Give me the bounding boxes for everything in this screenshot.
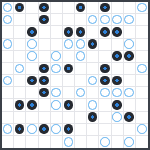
- white-circle-icon: [3, 76, 13, 86]
- board-cell[interactable]: [87, 124, 99, 136]
- board-cell[interactable]: [124, 87, 136, 99]
- board-cell[interactable]: [2, 51, 14, 63]
- board-cell[interactable]: [87, 39, 99, 51]
- white-circle-icon: [76, 51, 86, 61]
- white-circle-icon: [137, 3, 147, 13]
- board-cell[interactable]: [14, 39, 26, 51]
- board-cell[interactable]: [51, 51, 63, 63]
- board-cell[interactable]: [99, 75, 111, 87]
- white-circle-icon: [76, 88, 86, 98]
- board-cell[interactable]: [26, 87, 38, 99]
- board-cell[interactable]: [26, 51, 38, 63]
- black-circle-icon: [27, 76, 37, 86]
- board-cell[interactable]: [99, 63, 111, 75]
- board-cell[interactable]: [39, 99, 51, 111]
- board-cell[interactable]: [14, 75, 26, 87]
- board-cell[interactable]: [87, 112, 99, 124]
- black-circle-icon: [88, 112, 98, 122]
- board-cell[interactable]: [51, 112, 63, 124]
- white-circle-icon: [124, 88, 134, 98]
- board-cell[interactable]: [2, 87, 14, 99]
- board-cell[interactable]: [63, 99, 75, 111]
- board-cell[interactable]: [26, 63, 38, 75]
- black-circle-icon: [64, 124, 74, 134]
- board-cell[interactable]: [63, 39, 75, 51]
- board-cell[interactable]: [87, 26, 99, 38]
- board-cell[interactable]: [136, 51, 148, 63]
- masyu-board: [0, 0, 150, 150]
- board-cell[interactable]: [99, 99, 111, 111]
- board-cell[interactable]: [112, 75, 124, 87]
- board-cell[interactable]: [14, 136, 26, 148]
- board-cell[interactable]: [87, 75, 99, 87]
- white-circle-icon: [88, 76, 98, 86]
- black-circle-icon: [88, 39, 98, 49]
- board-cell[interactable]: [75, 2, 87, 14]
- board-cell[interactable]: [2, 2, 14, 14]
- white-circle-icon: [51, 124, 61, 134]
- board-cell[interactable]: [14, 26, 26, 38]
- board-cell[interactable]: [39, 124, 51, 136]
- board-cell[interactable]: [136, 2, 148, 14]
- board-cell[interactable]: [39, 26, 51, 38]
- white-circle-icon: [88, 100, 98, 110]
- board-cell[interactable]: [112, 136, 124, 148]
- board-cell[interactable]: [63, 51, 75, 63]
- board-cell[interactable]: [26, 124, 38, 136]
- board-cell[interactable]: [112, 87, 124, 99]
- board-cell[interactable]: [39, 136, 51, 148]
- board-cell[interactable]: [26, 112, 38, 124]
- black-circle-icon: [76, 3, 86, 13]
- board-cell[interactable]: [39, 2, 51, 14]
- board-cell[interactable]: [124, 63, 136, 75]
- board-cell[interactable]: [63, 124, 75, 136]
- board-cell[interactable]: [63, 26, 75, 38]
- black-circle-icon: [39, 64, 49, 74]
- white-circle-icon: [137, 124, 147, 134]
- board-cell[interactable]: [112, 39, 124, 51]
- board-cell[interactable]: [124, 39, 136, 51]
- board-cell[interactable]: [124, 136, 136, 148]
- board-cell[interactable]: [112, 51, 124, 63]
- black-circle-icon: [76, 27, 86, 37]
- board-cell[interactable]: [99, 124, 111, 136]
- board-cell[interactable]: [14, 87, 26, 99]
- board-cell[interactable]: [136, 75, 148, 87]
- board-cell[interactable]: [136, 39, 148, 51]
- board-cell[interactable]: [136, 14, 148, 26]
- white-circle-icon: [51, 64, 61, 74]
- board-cell[interactable]: [51, 63, 63, 75]
- board-cell[interactable]: [99, 2, 111, 14]
- board-cell[interactable]: [63, 75, 75, 87]
- board-cell[interactable]: [99, 136, 111, 148]
- black-circle-icon: [112, 100, 122, 110]
- white-circle-icon: [3, 15, 13, 25]
- board-cell[interactable]: [63, 2, 75, 14]
- board-cell[interactable]: [51, 136, 63, 148]
- board-cell[interactable]: [99, 112, 111, 124]
- board-cell[interactable]: [99, 26, 111, 38]
- board-cell[interactable]: [124, 26, 136, 38]
- white-circle-icon: [100, 15, 110, 25]
- white-circle-icon: [88, 15, 98, 25]
- board-cell[interactable]: [136, 124, 148, 136]
- white-circle-icon: [124, 137, 134, 147]
- black-circle-icon: [39, 88, 49, 98]
- board-cell[interactable]: [75, 51, 87, 63]
- white-circle-icon: [3, 124, 13, 134]
- white-circle-icon: [112, 112, 122, 122]
- board-cell[interactable]: [136, 136, 148, 148]
- board-cell[interactable]: [14, 51, 26, 63]
- board-cell[interactable]: [63, 63, 75, 75]
- black-circle-icon: [39, 124, 49, 134]
- board-cell[interactable]: [87, 136, 99, 148]
- board-cell[interactable]: [112, 112, 124, 124]
- black-circle-icon: [39, 3, 49, 13]
- black-circle-icon: [15, 124, 25, 134]
- black-circle-icon: [100, 76, 110, 86]
- board-cell[interactable]: [2, 63, 14, 75]
- white-circle-icon: [112, 15, 122, 25]
- black-circle-icon: [64, 27, 74, 37]
- board-cell[interactable]: [99, 87, 111, 99]
- white-circle-icon: [100, 88, 110, 98]
- board-cell[interactable]: [112, 2, 124, 14]
- board-cell[interactable]: [26, 26, 38, 38]
- board-cell[interactable]: [136, 63, 148, 75]
- black-circle-icon: [124, 112, 134, 122]
- board-cell[interactable]: [63, 112, 75, 124]
- board-cell[interactable]: [14, 2, 26, 14]
- board-cell[interactable]: [51, 75, 63, 87]
- board-cell[interactable]: [75, 26, 87, 38]
- board-cell[interactable]: [14, 112, 26, 124]
- white-circle-icon: [137, 64, 147, 74]
- board-cell[interactable]: [124, 14, 136, 26]
- board-cell[interactable]: [99, 14, 111, 26]
- board-cell[interactable]: [124, 51, 136, 63]
- board-cell[interactable]: [99, 51, 111, 63]
- white-circle-icon: [76, 39, 86, 49]
- board-cell[interactable]: [39, 14, 51, 26]
- board-cell[interactable]: [51, 2, 63, 14]
- board-cell[interactable]: [75, 39, 87, 51]
- board-cell[interactable]: [26, 2, 38, 14]
- board-cell[interactable]: [51, 26, 63, 38]
- board-cell[interactable]: [136, 99, 148, 111]
- black-circle-icon: [124, 51, 134, 61]
- board-cell[interactable]: [136, 112, 148, 124]
- black-circle-icon: [39, 76, 49, 86]
- board-cell[interactable]: [39, 39, 51, 51]
- board-cell[interactable]: [26, 14, 38, 26]
- board-cell[interactable]: [124, 2, 136, 14]
- black-circle-icon: [27, 27, 37, 37]
- black-circle-icon: [100, 64, 110, 74]
- white-circle-icon: [64, 39, 74, 49]
- board-cell[interactable]: [124, 75, 136, 87]
- board-cell[interactable]: [87, 14, 99, 26]
- board-cell[interactable]: [112, 99, 124, 111]
- board-cell[interactable]: [124, 124, 136, 136]
- white-circle-icon: [100, 137, 110, 147]
- board-cell[interactable]: [2, 136, 14, 148]
- board-cell[interactable]: [87, 51, 99, 63]
- black-circle-icon: [112, 51, 122, 61]
- black-circle-icon: [39, 15, 49, 25]
- white-circle-icon: [112, 88, 122, 98]
- board-cell[interactable]: [2, 39, 14, 51]
- board-cell[interactable]: [2, 112, 14, 124]
- black-circle-icon: [15, 100, 25, 110]
- board-cell[interactable]: [87, 99, 99, 111]
- board-cell[interactable]: [2, 14, 14, 26]
- board-cell[interactable]: [124, 99, 136, 111]
- board-cell[interactable]: [63, 87, 75, 99]
- board-cell[interactable]: [112, 26, 124, 38]
- black-circle-icon: [100, 27, 110, 37]
- board-cell[interactable]: [136, 87, 148, 99]
- white-circle-icon: [27, 51, 37, 61]
- board-cell[interactable]: [99, 39, 111, 51]
- white-circle-icon: [15, 64, 25, 74]
- black-circle-icon: [27, 100, 37, 110]
- white-circle-icon: [51, 88, 61, 98]
- board-cell[interactable]: [75, 136, 87, 148]
- board-cell[interactable]: [14, 14, 26, 26]
- board-cell[interactable]: [39, 87, 51, 99]
- board-cell[interactable]: [75, 75, 87, 87]
- white-circle-icon: [51, 100, 61, 110]
- board-cell[interactable]: [136, 26, 148, 38]
- board-cell[interactable]: [51, 124, 63, 136]
- black-circle-icon: [15, 3, 25, 13]
- board-cell[interactable]: [26, 75, 38, 87]
- board-cell[interactable]: [26, 136, 38, 148]
- board-cell[interactable]: [63, 136, 75, 148]
- board-cell[interactable]: [112, 124, 124, 136]
- white-circle-icon: [27, 39, 37, 49]
- board-cell[interactable]: [75, 14, 87, 26]
- white-circle-icon: [3, 3, 13, 13]
- board-cell[interactable]: [87, 2, 99, 14]
- board-cell[interactable]: [75, 124, 87, 136]
- white-circle-icon: [124, 39, 134, 49]
- board-cell[interactable]: [26, 99, 38, 111]
- white-circle-icon: [3, 39, 13, 49]
- board-cell[interactable]: [75, 99, 87, 111]
- black-circle-icon: [112, 76, 122, 86]
- black-circle-icon: [64, 100, 74, 110]
- board-cell[interactable]: [75, 112, 87, 124]
- white-circle-icon: [124, 15, 134, 25]
- board-cell[interactable]: [51, 14, 63, 26]
- board-cell[interactable]: [14, 99, 26, 111]
- black-circle-icon: [64, 64, 74, 74]
- board-cell[interactable]: [51, 39, 63, 51]
- board-cell[interactable]: [26, 39, 38, 51]
- board-cell[interactable]: [63, 14, 75, 26]
- board-cell[interactable]: [87, 63, 99, 75]
- board-cell[interactable]: [2, 124, 14, 136]
- board-cell[interactable]: [112, 63, 124, 75]
- white-circle-icon: [27, 124, 37, 134]
- board-cell[interactable]: [87, 87, 99, 99]
- board-cell[interactable]: [51, 99, 63, 111]
- board-cell[interactable]: [2, 99, 14, 111]
- board-cell[interactable]: [14, 63, 26, 75]
- board-cell[interactable]: [2, 75, 14, 87]
- board-cell[interactable]: [75, 87, 87, 99]
- board-cell[interactable]: [39, 112, 51, 124]
- board-cell[interactable]: [39, 51, 51, 63]
- white-circle-icon: [64, 137, 74, 147]
- board-cell[interactable]: [51, 87, 63, 99]
- board-cell[interactable]: [112, 14, 124, 26]
- board-cell[interactable]: [39, 75, 51, 87]
- board-cell[interactable]: [14, 124, 26, 136]
- black-circle-icon: [112, 27, 122, 37]
- black-circle-icon: [100, 3, 110, 13]
- white-circle-icon: [51, 51, 61, 61]
- board-cell[interactable]: [75, 63, 87, 75]
- masyu-puzzle-screen: [0, 0, 150, 150]
- board-cell[interactable]: [124, 112, 136, 124]
- board-cell[interactable]: [39, 63, 51, 75]
- board-cell[interactable]: [2, 26, 14, 38]
